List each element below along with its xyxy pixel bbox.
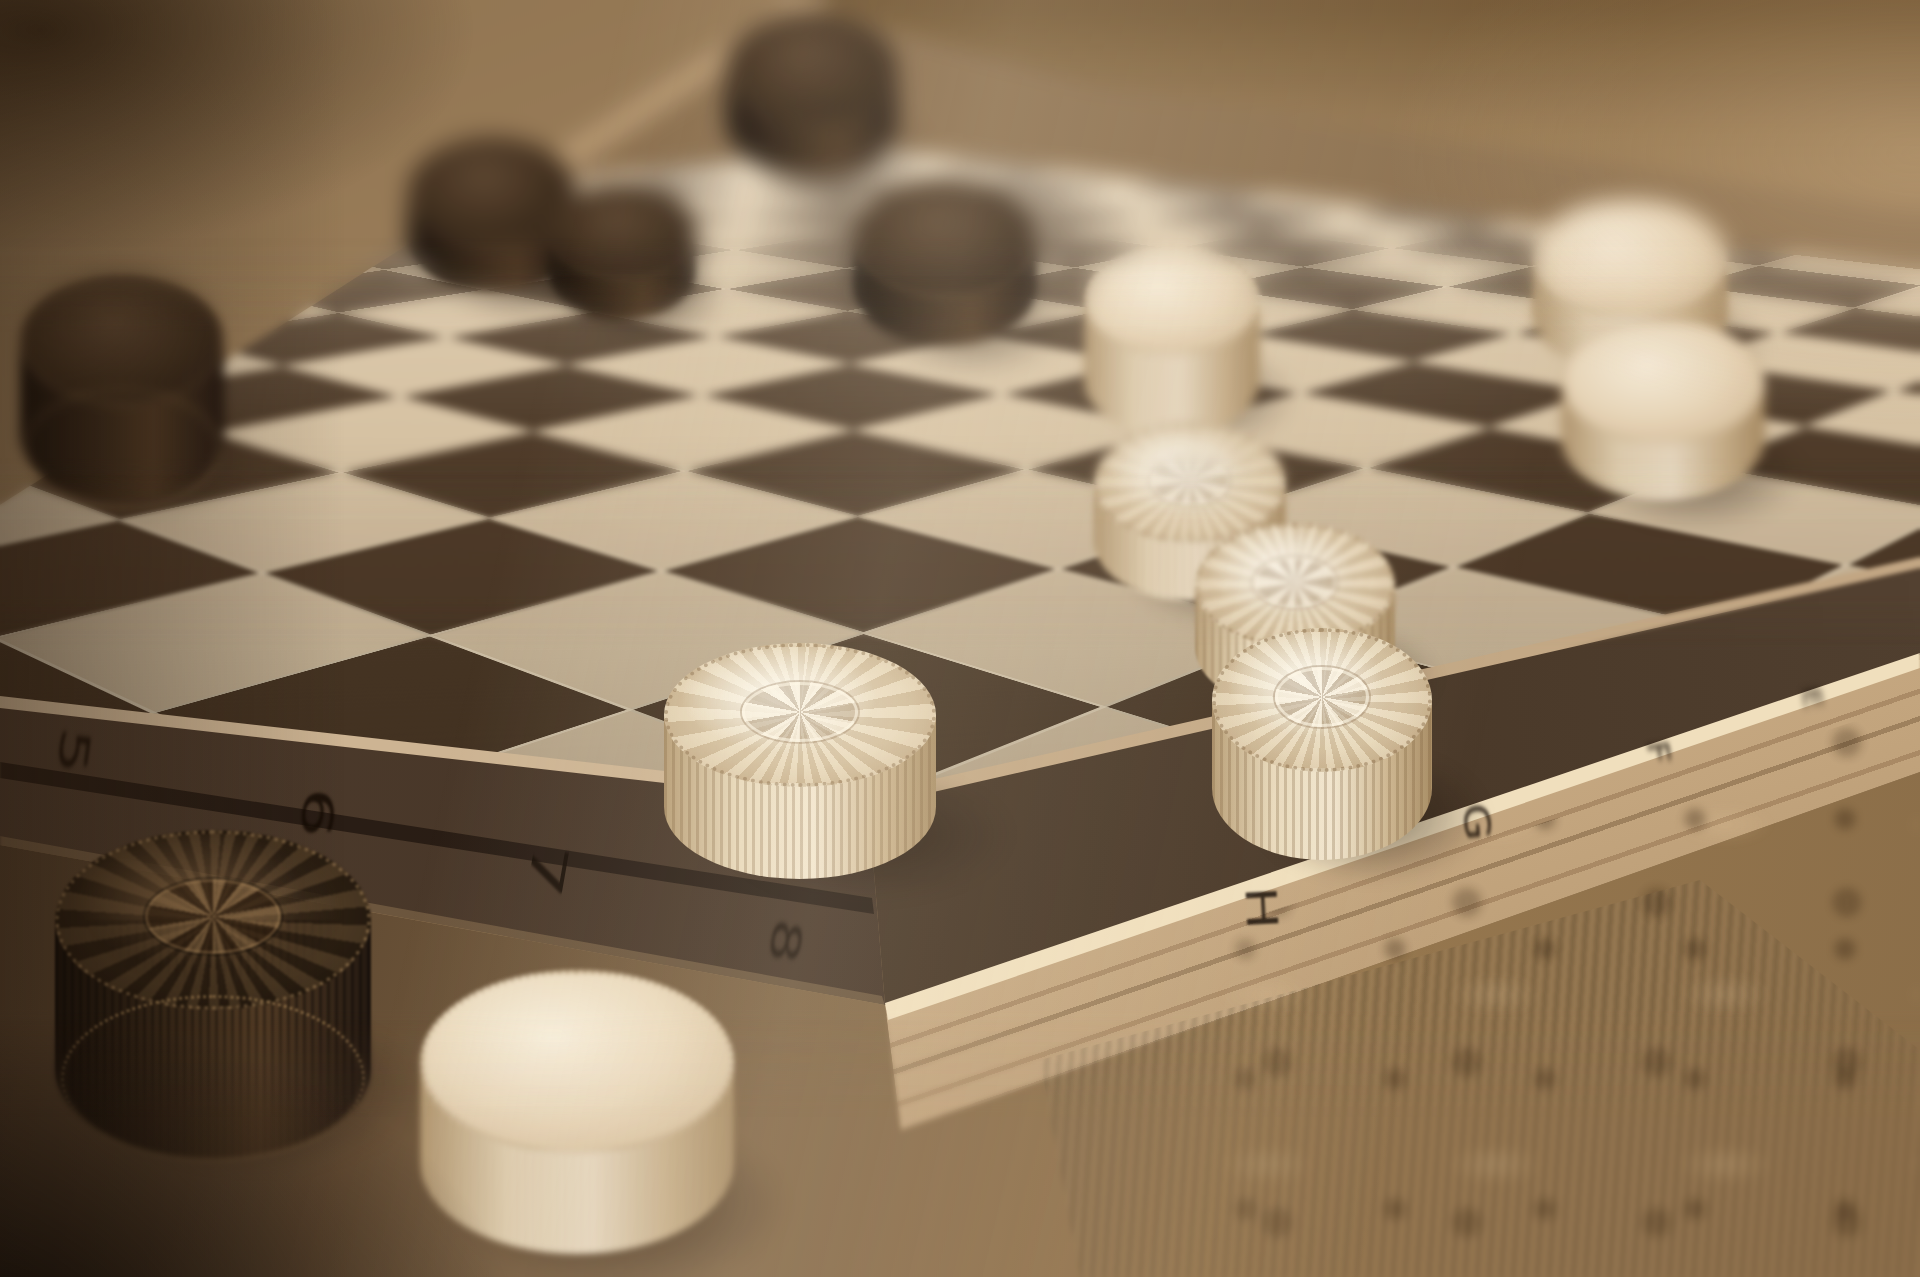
white-man-sharp-center-carved-rosette: [742, 682, 858, 742]
dark-king-foreground-rail-shadow: [85, 1003, 426, 1174]
dark-king-foreground-rail-stack-seam: [61, 995, 364, 1161]
pieces-in-focus: [0, 0, 1920, 1277]
white-man-on-tablecloth-shadow: [455, 1117, 794, 1277]
checkers-board-photograph: 5678HGFE: [0, 0, 1920, 1277]
white-man-on-tablecloth-side: [420, 1062, 734, 1254]
white-man-sharp-center-top-face: [664, 643, 936, 787]
white-man-sharp-right-side: [1212, 700, 1432, 860]
dark-king-foreground-rail-carved-rosette: [145, 879, 281, 955]
white-man-on-tablecloth-top-face: [420, 970, 734, 1154]
white-man-sharp-right: [1212, 628, 1432, 860]
white-man-sharp-right-carved-rosette: [1275, 667, 1368, 727]
white-man-sharp-right-top-face: [1212, 628, 1432, 772]
white-man-sharp-right-shadow: [1252, 748, 1490, 885]
dark-king-foreground-rail-side: [55, 920, 371, 1160]
dark-king-foreground-rail: [55, 830, 371, 1160]
white-man-sharp-center: [664, 643, 936, 879]
white-man-sharp-center-side: [664, 715, 936, 879]
white-man-on-tablecloth: [420, 970, 734, 1254]
white-man-sharp-center-shadow: [719, 766, 1013, 903]
dark-king-foreground-rail-top-face: [55, 830, 371, 1010]
